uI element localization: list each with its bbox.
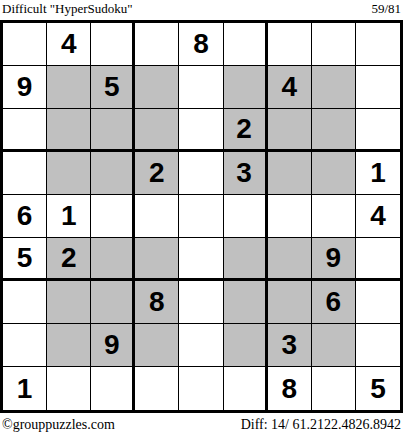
footer-bar: ©grouppuzzles.com Diff: 14/ 61.2122.4826… bbox=[0, 413, 403, 437]
cell-r9c2[interactable] bbox=[47, 367, 91, 410]
cell-r2c9[interactable] bbox=[356, 66, 400, 109]
cell-r2c6[interactable] bbox=[224, 66, 268, 109]
cell-r4c4-given-2[interactable]: 2 bbox=[135, 152, 179, 195]
cell-r4c5[interactable] bbox=[179, 152, 223, 195]
cell-r9c6[interactable] bbox=[224, 367, 268, 410]
cell-r6c6[interactable] bbox=[224, 238, 268, 281]
cell-r4c1[interactable] bbox=[3, 152, 47, 195]
cell-r1c6[interactable] bbox=[224, 23, 268, 66]
cell-r6c4[interactable] bbox=[135, 238, 179, 281]
cell-r8c6[interactable] bbox=[224, 324, 268, 367]
cell-r8c9[interactable] bbox=[356, 324, 400, 367]
cell-r7c5[interactable] bbox=[179, 281, 223, 324]
cell-r9c4[interactable] bbox=[135, 367, 179, 410]
cell-r2c1-given-9[interactable]: 9 bbox=[3, 66, 47, 109]
cell-r8c3-given-9[interactable]: 9 bbox=[91, 324, 135, 367]
cell-r7c3[interactable] bbox=[91, 281, 135, 324]
cell-r5c9-given-4[interactable]: 4 bbox=[356, 195, 400, 238]
cell-r3c8[interactable] bbox=[312, 109, 356, 152]
cell-r4c6-given-3[interactable]: 3 bbox=[224, 152, 268, 195]
cell-r6c5[interactable] bbox=[179, 238, 223, 281]
cell-r7c8-given-6[interactable]: 6 bbox=[312, 281, 356, 324]
cell-r7c9[interactable] bbox=[356, 281, 400, 324]
cell-r6c1-given-5[interactable]: 5 bbox=[3, 238, 47, 281]
cell-r5c6[interactable] bbox=[224, 195, 268, 238]
cell-r8c5[interactable] bbox=[179, 324, 223, 367]
cell-r8c4[interactable] bbox=[135, 324, 179, 367]
cell-r7c4-given-8[interactable]: 8 bbox=[135, 281, 179, 324]
cell-r8c8[interactable] bbox=[312, 324, 356, 367]
cell-r5c2-given-1[interactable]: 1 bbox=[47, 195, 91, 238]
cell-r8c1[interactable] bbox=[3, 324, 47, 367]
cell-r3c6-given-2[interactable]: 2 bbox=[224, 109, 268, 152]
sudoku-board: 4895422316145298693185 bbox=[0, 20, 403, 413]
puzzle-title: Difficult "HyperSudoku" bbox=[2, 1, 133, 17]
difficulty-text: Diff: 14/ 61.2122.4826.8942 bbox=[241, 417, 401, 433]
cell-r4c7[interactable] bbox=[268, 152, 312, 195]
cell-r7c2[interactable] bbox=[47, 281, 91, 324]
cell-r1c2-given-4[interactable]: 4 bbox=[47, 23, 91, 66]
cell-r4c9-given-1[interactable]: 1 bbox=[356, 152, 400, 195]
cell-r1c1[interactable] bbox=[3, 23, 47, 66]
cell-r9c3[interactable] bbox=[91, 367, 135, 410]
cell-r2c8[interactable] bbox=[312, 66, 356, 109]
cell-r5c3[interactable] bbox=[91, 195, 135, 238]
header-bar: Difficult "HyperSudoku" 59/81 bbox=[0, 0, 403, 20]
cell-r7c1[interactable] bbox=[3, 281, 47, 324]
cell-r3c9[interactable] bbox=[356, 109, 400, 152]
cell-r2c3-given-5[interactable]: 5 bbox=[91, 66, 135, 109]
hypersudoku-page: Difficult "HyperSudoku" 59/81 4895422316… bbox=[0, 0, 403, 437]
cell-r5c4[interactable] bbox=[135, 195, 179, 238]
progress-counter: 59/81 bbox=[371, 1, 401, 17]
cell-r2c5[interactable] bbox=[179, 66, 223, 109]
cell-r5c7[interactable] bbox=[268, 195, 312, 238]
cell-r5c5[interactable] bbox=[179, 195, 223, 238]
cell-r6c7[interactable] bbox=[268, 238, 312, 281]
cell-r3c4[interactable] bbox=[135, 109, 179, 152]
copyright-text: ©grouppuzzles.com bbox=[2, 417, 115, 433]
cell-r3c3[interactable] bbox=[91, 109, 135, 152]
cell-r5c8[interactable] bbox=[312, 195, 356, 238]
cell-r6c3[interactable] bbox=[91, 238, 135, 281]
cell-r3c7[interactable] bbox=[268, 109, 312, 152]
cell-r4c3[interactable] bbox=[91, 152, 135, 195]
cell-r9c5[interactable] bbox=[179, 367, 223, 410]
cell-r6c2-given-2[interactable]: 2 bbox=[47, 238, 91, 281]
cell-r3c1[interactable] bbox=[3, 109, 47, 152]
cell-r4c8[interactable] bbox=[312, 152, 356, 195]
cell-r6c9[interactable] bbox=[356, 238, 400, 281]
cell-r2c2[interactable] bbox=[47, 66, 91, 109]
cell-r8c2[interactable] bbox=[47, 324, 91, 367]
cell-r1c5-given-8[interactable]: 8 bbox=[179, 23, 223, 66]
cell-r7c6[interactable] bbox=[224, 281, 268, 324]
cell-r1c8[interactable] bbox=[312, 23, 356, 66]
cell-r1c9[interactable] bbox=[356, 23, 400, 66]
cell-r1c3[interactable] bbox=[91, 23, 135, 66]
cell-r9c8[interactable] bbox=[312, 367, 356, 410]
cell-r3c2[interactable] bbox=[47, 109, 91, 152]
cell-r7c7[interactable] bbox=[268, 281, 312, 324]
cell-r9c7-given-8[interactable]: 8 bbox=[268, 367, 312, 410]
cell-r2c7-given-4[interactable]: 4 bbox=[268, 66, 312, 109]
cell-r1c7[interactable] bbox=[268, 23, 312, 66]
cell-r2c4[interactable] bbox=[135, 66, 179, 109]
cell-r3c5[interactable] bbox=[179, 109, 223, 152]
cell-r1c4[interactable] bbox=[135, 23, 179, 66]
cell-r4c2[interactable] bbox=[47, 152, 91, 195]
cell-r9c9-given-5[interactable]: 5 bbox=[356, 367, 400, 410]
cell-r8c7-given-3[interactable]: 3 bbox=[268, 324, 312, 367]
cell-r6c8-given-9[interactable]: 9 bbox=[312, 238, 356, 281]
cell-r5c1-given-6[interactable]: 6 bbox=[3, 195, 47, 238]
cell-r9c1-given-1[interactable]: 1 bbox=[3, 367, 47, 410]
